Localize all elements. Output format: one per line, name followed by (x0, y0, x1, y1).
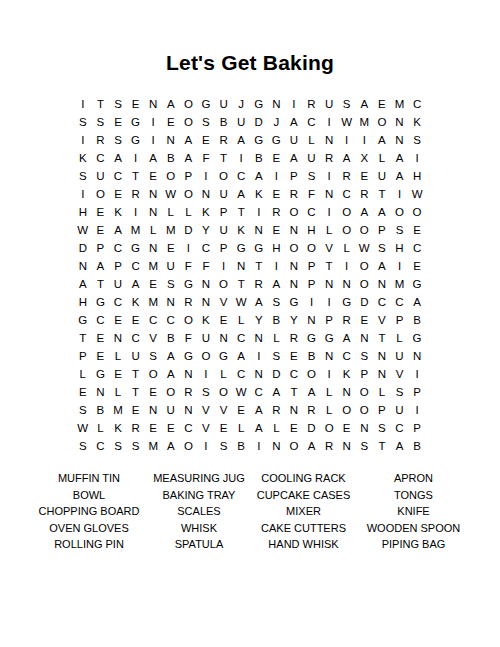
grid-cell-r3c19[interactable]: N (391, 132, 409, 150)
grid-cell-r15c5[interactable]: S (144, 348, 162, 366)
grid-cell-r16c1[interactable]: L (74, 366, 92, 384)
grid-cell-r18c16[interactable]: O (338, 402, 356, 420)
grid-cell-r14c3[interactable]: N (109, 330, 127, 348)
grid-cell-r4c15[interactable]: R (320, 150, 338, 168)
grid-cell-r7c12[interactable]: R (268, 204, 286, 222)
grid-cell-r18c18[interactable]: P (373, 402, 391, 420)
grid-cell-r6c1[interactable]: I (74, 186, 92, 204)
grid-cell-r2c10[interactable]: U (232, 114, 250, 132)
grid-cell-r13c12[interactable]: B (268, 312, 286, 330)
grid-cell-r13c16[interactable]: R (338, 312, 356, 330)
grid-cell-r6c15[interactable]: N (320, 186, 338, 204)
grid-cell-r13c17[interactable]: E (356, 312, 374, 330)
grid-cell-r5c19[interactable]: A (391, 168, 409, 186)
grid-cell-r2c12[interactable]: J (268, 114, 286, 132)
grid-cell-r14c1[interactable]: T (74, 330, 92, 348)
grid-cell-r4c6[interactable]: B (162, 150, 180, 168)
grid-cell-r12c20[interactable]: A (408, 294, 426, 312)
grid-cell-r17c17[interactable]: O (356, 384, 374, 402)
grid-cell-r14c4[interactable]: C (127, 330, 145, 348)
grid-cell-r18c1[interactable]: S (74, 402, 92, 420)
grid-cell-r11c6[interactable]: S (162, 276, 180, 294)
grid-cell-r10c5[interactable]: M (144, 258, 162, 276)
grid-cell-r12c6[interactable]: N (162, 294, 180, 312)
grid-cell-r4c17[interactable]: X (356, 150, 374, 168)
grid-cell-r18c10[interactable]: E (232, 402, 250, 420)
grid-cell-r6c10[interactable]: A (232, 186, 250, 204)
grid-cell-r3c20[interactable]: S (408, 132, 426, 150)
grid-cell-r11c7[interactable]: G (180, 276, 198, 294)
grid-cell-r16c13[interactable]: C (285, 366, 303, 384)
grid-cell-r14c10[interactable]: C (232, 330, 250, 348)
grid-cell-r20c14[interactable]: A (303, 438, 321, 456)
grid-cell-r13c8[interactable]: K (197, 312, 215, 330)
grid-cell-r9c3[interactable]: C (109, 240, 127, 258)
grid-cell-r9c18[interactable]: S (373, 240, 391, 258)
grid-cell-r16c4[interactable]: T (127, 366, 145, 384)
grid-cell-r18c14[interactable]: R (303, 402, 321, 420)
grid-cell-r15c19[interactable]: U (391, 348, 409, 366)
grid-cell-r8c2[interactable]: E (92, 222, 110, 240)
grid-cell-r5c13[interactable]: P (285, 168, 303, 186)
word-list-item[interactable]: BAKING TRAY (148, 489, 250, 502)
grid-cell-r6c7[interactable]: O (180, 186, 198, 204)
grid-cell-r5c9[interactable]: O (215, 168, 233, 186)
grid-cell-r9c14[interactable]: O (303, 240, 321, 258)
grid-cell-r1c16[interactable]: S (338, 96, 356, 114)
word-list-item[interactable]: WHISK (148, 522, 250, 535)
grid-cell-r19c8[interactable]: V (197, 420, 215, 438)
grid-cell-r6c9[interactable]: U (215, 186, 233, 204)
grid-cell-r19c11[interactable]: A (250, 420, 268, 438)
grid-cell-r16c17[interactable]: P (356, 366, 374, 384)
grid-cell-r12c4[interactable]: K (127, 294, 145, 312)
grid-cell-r17c16[interactable]: N (338, 384, 356, 402)
grid-cell-r11c17[interactable]: O (356, 276, 374, 294)
grid-cell-r2c18[interactable]: O (373, 114, 391, 132)
grid-cell-r12c11[interactable]: A (250, 294, 268, 312)
grid-cell-r12c16[interactable]: G (338, 294, 356, 312)
grid-cell-r16c11[interactable]: N (250, 366, 268, 384)
grid-cell-r20c16[interactable]: N (338, 438, 356, 456)
grid-cell-r16c15[interactable]: I (320, 366, 338, 384)
grid-cell-r5c2[interactable]: U (92, 168, 110, 186)
word-list-item[interactable]: MUFFIN TIN (30, 472, 148, 485)
grid-cell-r5c6[interactable]: O (162, 168, 180, 186)
grid-cell-r18c11[interactable]: A (250, 402, 268, 420)
grid-cell-r5c11[interactable]: A (250, 168, 268, 186)
word-list-item[interactable]: APRON (357, 472, 470, 485)
grid-cell-r4c13[interactable]: A (285, 150, 303, 168)
grid-cell-r17c3[interactable]: L (109, 384, 127, 402)
grid-cell-r1c1[interactable]: I (74, 96, 92, 114)
grid-cell-r10c16[interactable]: I (338, 258, 356, 276)
word-list-item[interactable]: SPATULA (148, 538, 250, 551)
grid-cell-r16c2[interactable]: G (92, 366, 110, 384)
word-list-item[interactable]: TONGS (357, 489, 470, 502)
grid-cell-r4c8[interactable]: F (197, 150, 215, 168)
grid-cell-r3c3[interactable]: S (109, 132, 127, 150)
grid-cell-r14c6[interactable]: B (162, 330, 180, 348)
grid-cell-r14c14[interactable]: G (303, 330, 321, 348)
grid-cell-r15c12[interactable]: S (268, 348, 286, 366)
grid-cell-r9c7[interactable]: I (180, 240, 198, 258)
grid-cell-r8c13[interactable]: N (285, 222, 303, 240)
grid-cell-r20c6[interactable]: A (162, 438, 180, 456)
grid-cell-r13c18[interactable]: V (373, 312, 391, 330)
grid-cell-r1c15[interactable]: U (320, 96, 338, 114)
grid-cell-r7c13[interactable]: O (285, 204, 303, 222)
grid-cell-r16c19[interactable]: V (391, 366, 409, 384)
grid-cell-r5c10[interactable]: C (232, 168, 250, 186)
grid-cell-r19c13[interactable]: E (285, 420, 303, 438)
grid-cell-r3c12[interactable]: G (268, 132, 286, 150)
grid-cell-r1c3[interactable]: S (109, 96, 127, 114)
grid-cell-r11c3[interactable]: U (109, 276, 127, 294)
grid-cell-r1c2[interactable]: T (92, 96, 110, 114)
grid-cell-r7c4[interactable]: I (127, 204, 145, 222)
grid-cell-r6c8[interactable]: N (197, 186, 215, 204)
grid-cell-r4c19[interactable]: A (391, 150, 409, 168)
grid-cell-r5c3[interactable]: C (109, 168, 127, 186)
grid-cell-r1c11[interactable]: G (250, 96, 268, 114)
grid-cell-r17c1[interactable]: E (74, 384, 92, 402)
grid-cell-r15c7[interactable]: G (180, 348, 198, 366)
grid-cell-r4c2[interactable]: C (92, 150, 110, 168)
grid-cell-r8c15[interactable]: L (320, 222, 338, 240)
grid-cell-r10c10[interactable]: N (232, 258, 250, 276)
grid-cell-r9c6[interactable]: E (162, 240, 180, 258)
grid-cell-r13c11[interactable]: Y (250, 312, 268, 330)
grid-cell-r17c19[interactable]: S (391, 384, 409, 402)
grid-cell-r17c20[interactable]: P (408, 384, 426, 402)
grid-cell-r20c17[interactable]: S (356, 438, 374, 456)
grid-cell-r2c7[interactable]: O (180, 114, 198, 132)
grid-cell-r1c6[interactable]: A (162, 96, 180, 114)
grid-cell-r19c5[interactable]: E (144, 420, 162, 438)
grid-cell-r18c5[interactable]: N (144, 402, 162, 420)
grid-cell-r6c19[interactable]: I (391, 186, 409, 204)
word-list-item[interactable]: ROLLING PIN (30, 538, 148, 551)
grid-cell-r6c3[interactable]: E (109, 186, 127, 204)
grid-cell-r1c17[interactable]: A (356, 96, 374, 114)
grid-cell-r9c8[interactable]: C (197, 240, 215, 258)
grid-cell-r15c10[interactable]: A (232, 348, 250, 366)
word-list-item[interactable]: OVEN GLOVES (30, 522, 148, 535)
grid-cell-r19c1[interactable]: W (74, 420, 92, 438)
grid-cell-r1c5[interactable]: N (144, 96, 162, 114)
grid-cell-r20c13[interactable]: O (285, 438, 303, 456)
grid-cell-r16c10[interactable]: C (232, 366, 250, 384)
grid-cell-r3c6[interactable]: N (162, 132, 180, 150)
grid-cell-r11c14[interactable]: P (303, 276, 321, 294)
grid-cell-r10c14[interactable]: P (303, 258, 321, 276)
grid-cell-r19c12[interactable]: L (268, 420, 286, 438)
grid-cell-r15c9[interactable]: G (215, 348, 233, 366)
grid-cell-r9c1[interactable]: D (74, 240, 92, 258)
grid-cell-r18c8[interactable]: V (197, 402, 215, 420)
grid-cell-r8c16[interactable]: O (338, 222, 356, 240)
grid-cell-r12c12[interactable]: S (268, 294, 286, 312)
grid-cell-r16c18[interactable]: N (373, 366, 391, 384)
grid-cell-r15c4[interactable]: U (127, 348, 145, 366)
grid-cell-r13c2[interactable]: C (92, 312, 110, 330)
grid-cell-r4c12[interactable]: E (268, 150, 286, 168)
grid-cell-r10c19[interactable]: I (391, 258, 409, 276)
grid-cell-r1c4[interactable]: E (127, 96, 145, 114)
grid-cell-r2c1[interactable]: S (74, 114, 92, 132)
grid-cell-r2c13[interactable]: A (285, 114, 303, 132)
word-list-item[interactable]: PIPING BAG (357, 538, 470, 551)
grid-cell-r14c8[interactable]: U (197, 330, 215, 348)
grid-cell-r18c7[interactable]: N (180, 402, 198, 420)
grid-cell-r17c8[interactable]: S (197, 384, 215, 402)
grid-cell-r8c12[interactable]: E (268, 222, 286, 240)
grid-cell-r20c12[interactable]: N (268, 438, 286, 456)
grid-cell-r14c17[interactable]: N (356, 330, 374, 348)
grid-cell-r20c15[interactable]: R (320, 438, 338, 456)
grid-cell-r7c18[interactable]: A (373, 204, 391, 222)
grid-cell-r1c10[interactable]: J (232, 96, 250, 114)
grid-cell-r3c11[interactable]: G (250, 132, 268, 150)
grid-cell-r10c13[interactable]: N (285, 258, 303, 276)
grid-cell-r11c9[interactable]: O (215, 276, 233, 294)
grid-cell-r18c6[interactable]: U (162, 402, 180, 420)
grid-cell-r18c4[interactable]: E (127, 402, 145, 420)
word-list-item[interactable]: KNIFE (357, 505, 470, 518)
grid-cell-r5c8[interactable]: I (197, 168, 215, 186)
grid-cell-r14c18[interactable]: T (373, 330, 391, 348)
grid-cell-r2c15[interactable]: I (320, 114, 338, 132)
grid-cell-r19c7[interactable]: C (180, 420, 198, 438)
grid-cell-r10c7[interactable]: F (180, 258, 198, 276)
grid-cell-r12c13[interactable]: G (285, 294, 303, 312)
grid-cell-r6c12[interactable]: E (268, 186, 286, 204)
grid-cell-r11c8[interactable]: N (197, 276, 215, 294)
grid-cell-r8c14[interactable]: H (303, 222, 321, 240)
grid-cell-r19c9[interactable]: E (215, 420, 233, 438)
grid-cell-r1c18[interactable]: E (373, 96, 391, 114)
grid-cell-r4c1[interactable]: K (74, 150, 92, 168)
grid-cell-r14c2[interactable]: E (92, 330, 110, 348)
grid-cell-r20c20[interactable]: B (408, 438, 426, 456)
grid-cell-r12c1[interactable]: H (74, 294, 92, 312)
grid-cell-r3c8[interactable]: E (197, 132, 215, 150)
grid-cell-r1c14[interactable]: R (303, 96, 321, 114)
grid-cell-r19c19[interactable]: C (391, 420, 409, 438)
grid-cell-r12c7[interactable]: R (180, 294, 198, 312)
grid-cell-r13c7[interactable]: O (180, 312, 198, 330)
grid-cell-r12c3[interactable]: C (109, 294, 127, 312)
grid-cell-r2c14[interactable]: C (303, 114, 321, 132)
grid-cell-r3c4[interactable]: G (127, 132, 145, 150)
word-list-item[interactable]: HAND WHISK (250, 538, 357, 551)
grid-cell-r7c14[interactable]: C (303, 204, 321, 222)
word-list-item[interactable]: BOWL (30, 489, 148, 502)
grid-cell-r11c15[interactable]: N (320, 276, 338, 294)
grid-cell-r3c2[interactable]: R (92, 132, 110, 150)
grid-cell-r2c16[interactable]: W (338, 114, 356, 132)
grid-cell-r19c2[interactable]: L (92, 420, 110, 438)
grid-cell-r6c6[interactable]: W (162, 186, 180, 204)
grid-cell-r20c4[interactable]: S (127, 438, 145, 456)
grid-cell-r7c6[interactable]: L (162, 204, 180, 222)
grid-cell-r4c14[interactable]: U (303, 150, 321, 168)
grid-cell-r8c18[interactable]: P (373, 222, 391, 240)
grid-cell-r13c19[interactable]: P (391, 312, 409, 330)
grid-cell-r13c15[interactable]: P (320, 312, 338, 330)
grid-cell-r15c3[interactable]: L (109, 348, 127, 366)
grid-cell-r16c7[interactable]: N (180, 366, 198, 384)
grid-cell-r16c6[interactable]: A (162, 366, 180, 384)
grid-cell-r18c17[interactable]: O (356, 402, 374, 420)
grid-cell-r17c6[interactable]: O (162, 384, 180, 402)
grid-cell-r13c3[interactable]: E (109, 312, 127, 330)
grid-cell-r2c5[interactable]: I (144, 114, 162, 132)
grid-cell-r16c8[interactable]: I (197, 366, 215, 384)
grid-cell-r9c11[interactable]: G (250, 240, 268, 258)
word-list-item[interactable]: MIXER (250, 505, 357, 518)
grid-cell-r9c12[interactable]: H (268, 240, 286, 258)
grid-cell-r17c13[interactable]: T (285, 384, 303, 402)
grid-cell-r20c18[interactable]: T (373, 438, 391, 456)
grid-cell-r20c19[interactable]: A (391, 438, 409, 456)
grid-cell-r12c19[interactable]: C (391, 294, 409, 312)
grid-cell-r18c12[interactable]: R (268, 402, 286, 420)
grid-cell-r15c15[interactable]: N (320, 348, 338, 366)
grid-cell-r8c20[interactable]: E (408, 222, 426, 240)
grid-cell-r11c5[interactable]: E (144, 276, 162, 294)
grid-cell-r17c11[interactable]: C (250, 384, 268, 402)
grid-cell-r2c19[interactable]: N (391, 114, 409, 132)
grid-cell-r11c13[interactable]: N (285, 276, 303, 294)
grid-cell-r6c20[interactable]: W (408, 186, 426, 204)
grid-cell-r19c17[interactable]: N (356, 420, 374, 438)
grid-cell-r7c20[interactable]: O (408, 204, 426, 222)
word-list-item[interactable]: CHOPPING BOARD (30, 505, 148, 518)
grid-cell-r16c16[interactable]: K (338, 366, 356, 384)
grid-cell-r11c1[interactable]: A (74, 276, 92, 294)
grid-cell-r7c9[interactable]: P (215, 204, 233, 222)
grid-cell-r19c14[interactable]: D (303, 420, 321, 438)
grid-cell-r5c18[interactable]: U (373, 168, 391, 186)
grid-cell-r10c15[interactable]: T (320, 258, 338, 276)
grid-cell-r16c20[interactable]: I (408, 366, 426, 384)
grid-cell-r5c15[interactable]: I (320, 168, 338, 186)
grid-cell-r15c16[interactable]: C (338, 348, 356, 366)
grid-cell-r11c16[interactable]: N (338, 276, 356, 294)
grid-cell-r11c20[interactable]: G (408, 276, 426, 294)
grid-cell-r8c19[interactable]: S (391, 222, 409, 240)
grid-cell-r3c18[interactable]: A (373, 132, 391, 150)
grid-cell-r14c15[interactable]: G (320, 330, 338, 348)
grid-cell-r11c10[interactable]: T (232, 276, 250, 294)
grid-cell-r3c16[interactable]: I (338, 132, 356, 150)
grid-cell-r5c4[interactable]: T (127, 168, 145, 186)
grid-cell-r15c2[interactable]: E (92, 348, 110, 366)
grid-cell-r1c19[interactable]: M (391, 96, 409, 114)
word-list-item[interactable]: MEASURING JUG (148, 472, 250, 485)
grid-cell-r4c20[interactable]: I (408, 150, 426, 168)
grid-cell-r1c13[interactable]: I (285, 96, 303, 114)
grid-cell-r7c3[interactable]: K (109, 204, 127, 222)
grid-cell-r8c6[interactable]: M (162, 222, 180, 240)
grid-cell-r6c17[interactable]: R (356, 186, 374, 204)
grid-cell-r3c5[interactable]: I (144, 132, 162, 150)
grid-cell-r14c7[interactable]: F (180, 330, 198, 348)
grid-cell-r13c13[interactable]: Y (285, 312, 303, 330)
grid-cell-r13c14[interactable]: N (303, 312, 321, 330)
grid-cell-r20c3[interactable]: S (109, 438, 127, 456)
grid-cell-r5c12[interactable]: I (268, 168, 286, 186)
grid-cell-r1c7[interactable]: O (180, 96, 198, 114)
grid-cell-r14c19[interactable]: L (391, 330, 409, 348)
grid-cell-r2c20[interactable]: K (408, 114, 426, 132)
grid-cell-r18c9[interactable]: V (215, 402, 233, 420)
grid-cell-r10c3[interactable]: P (109, 258, 127, 276)
grid-cell-r17c12[interactable]: A (268, 384, 286, 402)
grid-cell-r19c15[interactable]: O (320, 420, 338, 438)
grid-cell-r1c20[interactable]: C (408, 96, 426, 114)
grid-cell-r14c11[interactable]: N (250, 330, 268, 348)
grid-cell-r4c5[interactable]: A (144, 150, 162, 168)
grid-cell-r17c7[interactable]: R (180, 384, 198, 402)
grid-cell-r7c16[interactable]: O (338, 204, 356, 222)
grid-cell-r3c14[interactable]: L (303, 132, 321, 150)
grid-cell-r12c9[interactable]: V (215, 294, 233, 312)
grid-cell-r17c10[interactable]: W (232, 384, 250, 402)
grid-cell-r16c14[interactable]: O (303, 366, 321, 384)
grid-cell-r17c18[interactable]: L (373, 384, 391, 402)
grid-cell-r3c17[interactable]: I (356, 132, 374, 150)
grid-cell-r4c3[interactable]: A (109, 150, 127, 168)
grid-cell-r9c10[interactable]: G (232, 240, 250, 258)
grid-cell-r5c20[interactable]: H (408, 168, 426, 186)
grid-cell-r3c1[interactable]: I (74, 132, 92, 150)
grid-cell-r17c9[interactable]: O (215, 384, 233, 402)
grid-cell-r15c20[interactable]: N (408, 348, 426, 366)
grid-cell-r4c16[interactable]: A (338, 150, 356, 168)
grid-cell-r7c5[interactable]: N (144, 204, 162, 222)
grid-cell-r12c17[interactable]: D (356, 294, 374, 312)
grid-cell-r12c15[interactable]: I (320, 294, 338, 312)
grid-cell-r14c9[interactable]: N (215, 330, 233, 348)
grid-cell-r12c10[interactable]: W (232, 294, 250, 312)
grid-cell-r10c2[interactable]: A (92, 258, 110, 276)
grid-cell-r18c15[interactable]: L (320, 402, 338, 420)
grid-cell-r15c14[interactable]: B (303, 348, 321, 366)
grid-cell-r10c11[interactable]: T (250, 258, 268, 276)
grid-cell-r9c4[interactable]: G (127, 240, 145, 258)
grid-cell-r13c6[interactable]: C (162, 312, 180, 330)
grid-cell-r14c12[interactable]: L (268, 330, 286, 348)
grid-cell-r20c7[interactable]: O (180, 438, 198, 456)
grid-cell-r15c17[interactable]: S (356, 348, 374, 366)
grid-cell-r13c5[interactable]: C (144, 312, 162, 330)
grid-cell-r18c3[interactable]: M (109, 402, 127, 420)
grid-cell-r19c20[interactable]: P (408, 420, 426, 438)
grid-cell-r20c2[interactable]: C (92, 438, 110, 456)
grid-cell-r8c17[interactable]: O (356, 222, 374, 240)
grid-cell-r5c5[interactable]: E (144, 168, 162, 186)
grid-cell-r8c8[interactable]: Y (197, 222, 215, 240)
grid-cell-r19c6[interactable]: E (162, 420, 180, 438)
grid-cell-r17c2[interactable]: N (92, 384, 110, 402)
grid-cell-r10c20[interactable]: E (408, 258, 426, 276)
grid-cell-r9c15[interactable]: V (320, 240, 338, 258)
grid-cell-r18c2[interactable]: B (92, 402, 110, 420)
grid-cell-r13c20[interactable]: B (408, 312, 426, 330)
